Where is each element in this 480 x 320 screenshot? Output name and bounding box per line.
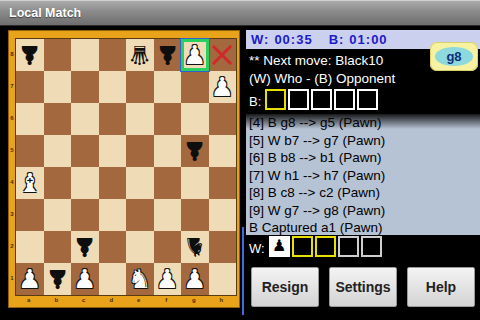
square-f6[interactable]: [154, 103, 182, 135]
captured-piece-slot: [334, 89, 355, 110]
square-d5[interactable]: [99, 135, 127, 167]
square-b2[interactable]: [44, 231, 72, 263]
move-list-item: [9] W g7 --> g8 (Pawn): [246, 202, 480, 220]
capture-x-marker: [209, 39, 237, 71]
move-list-item: [5] W b7 --> g7 (Pawn): [246, 132, 480, 150]
square-h1[interactable]: [209, 263, 237, 295]
square-f3[interactable]: [154, 199, 182, 231]
square-c1[interactable]: ♟: [71, 263, 99, 295]
square-h8[interactable]: [209, 39, 237, 71]
square-c6[interactable]: [71, 103, 99, 135]
square-e2[interactable]: [126, 231, 154, 263]
settings-button[interactable]: Settings: [329, 267, 397, 307]
square-a2[interactable]: [16, 231, 44, 263]
black-pawn: ♟: [156, 39, 179, 71]
captured-piece-slot: [315, 236, 336, 257]
square-e5[interactable]: [126, 135, 154, 167]
app-screen: Local Match 87654321 ♟♛♟♟♟♟♝♟♞♟♟♟♞♟♟ abc…: [0, 0, 480, 320]
black-pawn: ♟: [46, 263, 69, 295]
square-d7[interactable]: [99, 71, 127, 103]
file-labels: abcdefgh: [15, 294, 235, 306]
square-b4[interactable]: [44, 167, 72, 199]
captured-piece-slot: [292, 236, 313, 257]
square-c5[interactable]: [71, 135, 99, 167]
white-pawn: ♟: [73, 263, 96, 295]
white-clock-time: 00:35: [274, 32, 312, 47]
move-list-item: [6] B b8 --> b1 (Pawn): [246, 149, 480, 167]
white-tray-slots: ♟: [269, 236, 384, 261]
square-f7[interactable]: [154, 71, 182, 103]
white-pawn: ♟: [183, 39, 206, 71]
selected-square-text: g8: [435, 47, 473, 66]
square-g8[interactable]: ♟: [181, 39, 209, 71]
black-pawn: ♟: [73, 231, 96, 263]
white-pawn: ♟: [156, 263, 179, 295]
white-pawn: ♟: [18, 263, 41, 295]
black-pawn: ♟: [183, 135, 206, 167]
white-pawn: ♟: [183, 263, 206, 295]
square-d4[interactable]: [99, 167, 127, 199]
square-e6[interactable]: [126, 103, 154, 135]
square-a7[interactable]: [16, 71, 44, 103]
captured-piece-slot: [265, 89, 286, 110]
black-queen: ♛: [128, 39, 151, 71]
white-tray-label: W:: [249, 241, 265, 256]
move-list-item: B Captured a1 (Pawn): [246, 219, 480, 235]
captured-piece-slot: [338, 236, 359, 257]
panel-divider: [242, 227, 244, 315]
file-label: g: [180, 294, 208, 306]
square-f4[interactable]: [154, 167, 182, 199]
file-label: c: [70, 294, 98, 306]
move-list-item: [4] B g8 --> g5 (Pawn): [246, 114, 480, 132]
square-a1[interactable]: ♟: [16, 263, 44, 295]
square-f1[interactable]: ♟: [154, 263, 182, 295]
square-f2[interactable]: [154, 231, 182, 263]
square-c8[interactable]: [71, 39, 99, 71]
black-pawn: ♟: [18, 39, 41, 71]
square-d3[interactable]: [99, 199, 127, 231]
square-a5[interactable]: [16, 135, 44, 167]
file-label: b: [43, 294, 71, 306]
black-captured-tray: B:: [249, 89, 480, 114]
white-clock-label: W:: [251, 32, 269, 47]
action-buttons: Resign Settings Help: [246, 264, 480, 312]
square-b7[interactable]: [44, 71, 72, 103]
captured-piece-slot: [357, 89, 378, 110]
title-bar: Local Match: [0, 0, 480, 26]
black-tray-label: B:: [249, 94, 261, 109]
square-c4[interactable]: [71, 167, 99, 199]
square-h7[interactable]: ♟: [209, 71, 237, 103]
file-label: f: [153, 294, 181, 306]
square-g7[interactable]: [181, 71, 209, 103]
file-label: h: [208, 294, 236, 306]
square-f8[interactable]: ♟: [154, 39, 182, 71]
file-label: d: [98, 294, 126, 306]
square-g5[interactable]: ♟: [181, 135, 209, 167]
resign-button[interactable]: Resign: [251, 267, 319, 307]
square-g1[interactable]: ♟: [181, 263, 209, 295]
selected-square-badge: g8: [430, 42, 478, 71]
square-f5[interactable]: [154, 135, 182, 167]
square-h5[interactable]: [209, 135, 237, 167]
content: 87654321 ♟♛♟♟♟♟♝♟♞♟♟♟♞♟♟ abcdefgh W: 00:…: [0, 27, 480, 320]
square-b5[interactable]: [44, 135, 72, 167]
square-d1[interactable]: [99, 263, 127, 295]
black-tray-slots: [265, 89, 380, 114]
square-h4[interactable]: [209, 167, 237, 199]
square-e3[interactable]: [126, 199, 154, 231]
game-info-panel: W: 00:35 B: 01:00 g8 ** Next move: Black…: [246, 27, 480, 320]
captured-piece-slot: [311, 89, 332, 110]
square-b1[interactable]: ♟: [44, 263, 72, 295]
square-b8[interactable]: [44, 39, 72, 71]
square-a4[interactable]: ♝: [16, 167, 44, 199]
square-e1[interactable]: ♞: [126, 263, 154, 295]
move-list[interactable]: [4] B g8 --> g5 (Pawn)[5] W b7 --> g7 (P…: [246, 114, 480, 235]
square-g2[interactable]: ♞: [181, 231, 209, 263]
square-d2[interactable]: [99, 231, 127, 263]
move-list-item: [8] B c8 --> c2 (Pawn): [246, 184, 480, 202]
square-e8[interactable]: ♛: [126, 39, 154, 71]
black-clock-label: B:: [329, 32, 345, 47]
square-e4[interactable]: [126, 167, 154, 199]
captured-piece-slot: [361, 236, 382, 257]
captured-black-pawn: ♟: [271, 236, 288, 256]
square-a3[interactable]: [16, 199, 44, 231]
square-e7[interactable]: [126, 71, 154, 103]
square-c7[interactable]: [71, 71, 99, 103]
square-h6[interactable]: [209, 103, 237, 135]
players-line: (W) Who - (B) Opponent: [249, 71, 480, 86]
square-h2[interactable]: [209, 231, 237, 263]
file-label: e: [125, 294, 153, 306]
white-knight: ♞: [128, 263, 151, 295]
captured-piece-slot: ♟: [269, 236, 290, 257]
white-pawn: ♟: [211, 71, 234, 103]
page-title: Local Match: [9, 6, 81, 20]
captured-piece-slot: [288, 89, 309, 110]
board-grid[interactable]: ♟♛♟♟♟♟♝♟♞♟♟♟♞♟♟: [15, 38, 237, 296]
white-captured-tray: W: ♟: [246, 235, 480, 262]
black-clock-time: 01:00: [349, 32, 387, 47]
square-b6[interactable]: [44, 103, 72, 135]
square-g4[interactable]: [181, 167, 209, 199]
square-c3[interactable]: [71, 199, 99, 231]
square-a8[interactable]: ♟: [16, 39, 44, 71]
file-label: a: [15, 294, 43, 306]
square-b3[interactable]: [44, 199, 72, 231]
square-g6[interactable]: [181, 103, 209, 135]
black-knight: ♞: [183, 231, 206, 263]
square-a6[interactable]: [16, 103, 44, 135]
move-list-item: [7] W h1 --> h7 (Pawn): [246, 167, 480, 185]
chess-board[interactable]: 87654321 ♟♛♟♟♟♟♝♟♞♟♟♟♞♟♟ abcdefgh: [8, 30, 240, 308]
square-d8[interactable]: [99, 39, 127, 71]
square-g3[interactable]: [181, 199, 209, 231]
square-c2[interactable]: ♟: [71, 231, 99, 263]
help-button[interactable]: Help: [407, 267, 475, 307]
square-d6[interactable]: [99, 103, 127, 135]
square-h3[interactable]: [209, 199, 237, 231]
white-bishop: ♝: [18, 167, 41, 199]
